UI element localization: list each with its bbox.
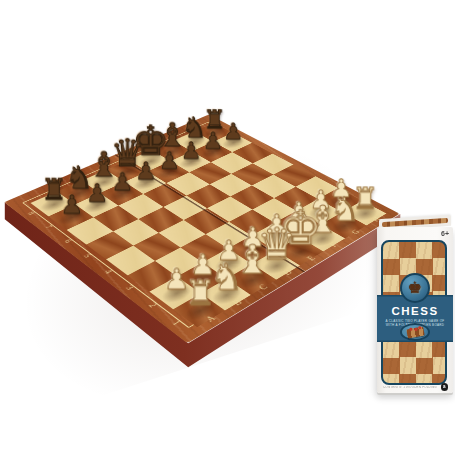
box-top-wood-strip <box>382 218 448 227</box>
rank-label-4: 4 <box>102 269 113 275</box>
rank-label-7: 7 <box>44 224 54 230</box>
folded-board-badge <box>400 323 430 341</box>
rank-label-2: 2 <box>146 302 157 309</box>
king-icon: ♚ <box>408 280 422 296</box>
rank-label-1: 1 <box>170 320 182 327</box>
rank-label-8: 8 <box>26 211 36 216</box>
rank-label-5: 5 <box>82 253 93 259</box>
age-label: 6+ <box>441 230 449 237</box>
rank-label-6: 6 <box>62 238 73 244</box>
folded-board-icon <box>406 326 424 338</box>
king-badge: ♚ <box>400 273 430 303</box>
retail-box: 6+ CHESS A CLASSIC TWO PLAYER GAME OF ST… <box>377 227 453 393</box>
box-title: CHESS <box>377 305 453 317</box>
rank-label-3: 3 <box>124 285 135 292</box>
product-photo-scene: ABCDEFGH12345678♜♞♝♛♚♝♞♜♟♟♟♟♟♟♟♟♟♟♟♟♟♟♟♟… <box>0 0 455 455</box>
certification-mark-icon: a <box>441 383 449 391</box>
box-caption: CONTENTS: 1 WOODEN FOLDING BOARD · 32 CH… <box>383 386 437 390</box>
